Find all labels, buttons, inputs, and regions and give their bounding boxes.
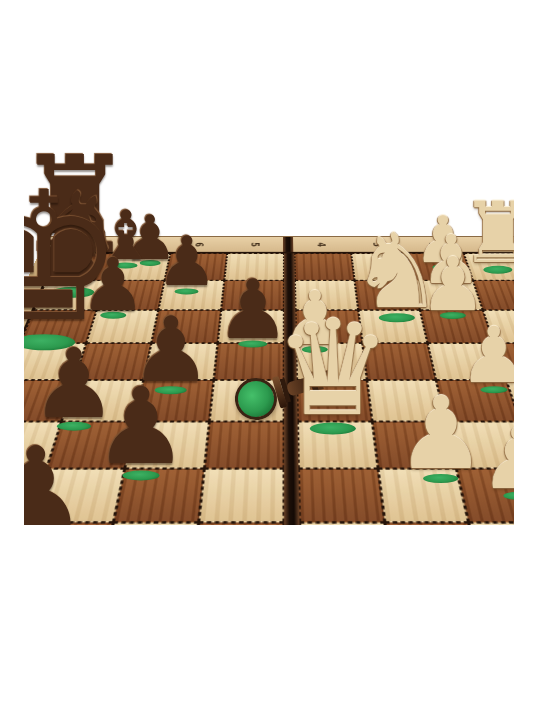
board-row bbox=[24, 522, 514, 525]
board-square bbox=[101, 522, 199, 525]
board-square bbox=[469, 522, 514, 525]
white-pawn-glyph: ♟ bbox=[396, 388, 486, 480]
hinge-seam bbox=[284, 522, 301, 525]
white-pawn: ♟ bbox=[396, 388, 486, 483]
hinge-seam bbox=[283, 237, 293, 252]
product-photo-page: 87654321 ♜♟♝♟♜♟♟♞♟♟♞♟♚♟♟♟♟♛♟♟♟♟ bbox=[0, 0, 540, 720]
white-queen-glyph: ♛ bbox=[274, 308, 392, 429]
board-square bbox=[199, 469, 284, 523]
rank-label: 4 bbox=[293, 237, 350, 252]
white-pawn-glyph: ♟ bbox=[480, 421, 514, 498]
black-pawn: ♟ bbox=[24, 437, 88, 525]
black-pawn-glyph: ♟ bbox=[157, 231, 218, 294]
white-queen: ♛ bbox=[274, 308, 392, 435]
hinge-seam bbox=[284, 469, 299, 523]
board-square bbox=[192, 522, 284, 525]
rank-label-text: 4 bbox=[314, 242, 328, 246]
board-square bbox=[299, 522, 392, 525]
board-square bbox=[298, 469, 384, 523]
board-square bbox=[205, 422, 284, 469]
black-pawn-glyph: ♟ bbox=[93, 378, 188, 476]
rank-label-text: 5 bbox=[248, 242, 261, 246]
black-pawn: ♟ bbox=[93, 378, 188, 480]
black-king: ♚ bbox=[24, 176, 124, 350]
black-pawn: ♟ bbox=[157, 231, 218, 294]
black-king-glyph: ♚ bbox=[24, 176, 124, 340]
black-pawn-glyph: ♟ bbox=[24, 437, 88, 525]
rank-label: 5 bbox=[226, 237, 283, 252]
white-pawn: ♟ bbox=[480, 421, 514, 500]
chess-set-photo: 87654321 ♜♟♝♟♜♟♟♞♟♟♞♟♚♟♟♟♟♛♟♟♟♟ bbox=[24, 140, 514, 525]
